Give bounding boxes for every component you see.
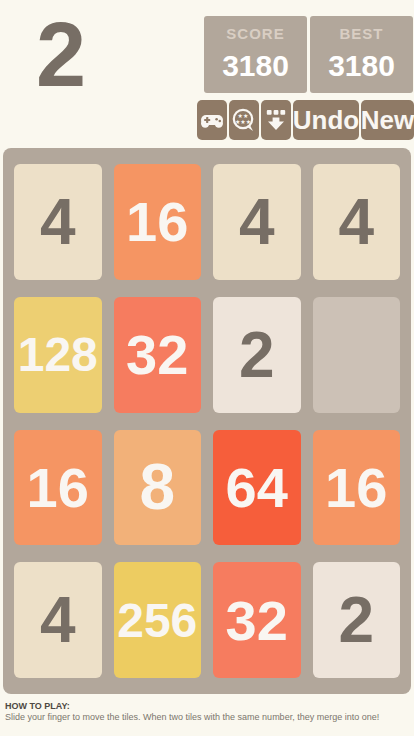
game-board[interactable]: 4 16 4 4 128 32 2 16 8 64 16 4 256 32 2 [3, 148, 411, 694]
toolbar: ★★ ★★★ Undo New [197, 100, 414, 140]
tile: 16 [313, 430, 401, 546]
score-label: SCORE [204, 25, 307, 42]
rate-button[interactable]: ★★ ★★★ [229, 100, 259, 140]
tile: 4 [213, 164, 301, 280]
tile [313, 297, 401, 413]
app-title: 2 [36, 10, 86, 100]
board-grid[interactable]: 4 16 4 4 128 32 2 16 8 64 16 4 256 32 2 [14, 164, 400, 678]
tile: 2 [313, 562, 401, 678]
best-value: 3180 [310, 49, 413, 83]
best-box: BEST 3180 [310, 16, 413, 93]
undo-button[interactable]: Undo [293, 100, 359, 140]
gamepad-icon [200, 112, 224, 129]
tile: 16 [114, 164, 202, 280]
more-apps-button[interactable] [261, 100, 291, 140]
tile: 32 [213, 562, 301, 678]
tile: 64 [213, 430, 301, 546]
tile: 2 [213, 297, 301, 413]
tile: 16 [14, 430, 102, 546]
more-apps-download-icon [264, 107, 288, 133]
how-to-play-text: Slide your finger to move the tiles. Whe… [5, 712, 379, 723]
games-button[interactable] [197, 100, 227, 140]
svg-text:★★★: ★★★ [235, 118, 251, 125]
rate-stars-bubble-icon: ★★ ★★★ [231, 107, 257, 133]
score-value: 3180 [204, 49, 307, 83]
score-box: SCORE 3180 [204, 16, 307, 93]
how-to-play-title: HOW TO PLAY: [5, 701, 379, 712]
tile: 8 [114, 430, 202, 546]
tile: 4 [14, 562, 102, 678]
tile: 32 [114, 297, 202, 413]
tile: 4 [313, 164, 401, 280]
tile: 256 [114, 562, 202, 678]
tile: 4 [14, 164, 102, 280]
new-game-button[interactable]: New [361, 100, 414, 140]
score-panel: SCORE 3180 BEST 3180 [204, 16, 413, 93]
instructions: HOW TO PLAY: Slide your finger to move t… [5, 701, 379, 723]
best-label: BEST [310, 25, 413, 42]
tile: 128 [14, 297, 102, 413]
